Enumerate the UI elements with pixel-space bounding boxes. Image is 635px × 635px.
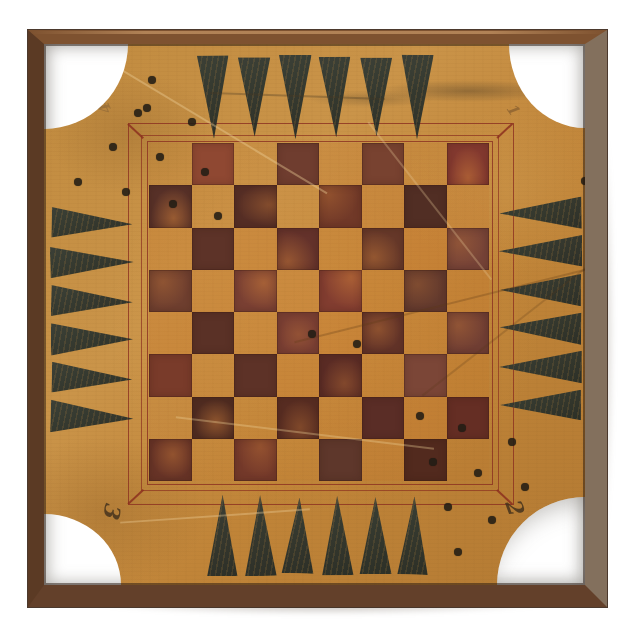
checker-square-r6c6[interactable] <box>362 354 405 396</box>
point-left-1[interactable] <box>51 206 133 240</box>
checker-square-r3c4[interactable] <box>277 228 320 270</box>
checker-square-r1c5[interactable] <box>319 143 362 185</box>
checker-square-r7c5[interactable] <box>319 397 362 439</box>
peg-dot <box>458 424 466 432</box>
checker-square-r8c6[interactable] <box>362 439 405 481</box>
checker-square-r8c1[interactable] <box>149 439 192 481</box>
point-bottom-2[interactable] <box>244 495 278 576</box>
checker-square-r4c8[interactable] <box>447 270 490 312</box>
checker-square-r2c4[interactable] <box>277 185 320 227</box>
point-right-3[interactable] <box>500 273 581 307</box>
peg-dot <box>214 212 222 220</box>
checker-square-r7c6[interactable] <box>362 397 405 439</box>
checker-square-r2c6[interactable] <box>362 185 405 227</box>
point-bottom-6[interactable] <box>396 496 430 575</box>
peg-dot <box>188 118 196 126</box>
points-bottom <box>206 496 430 575</box>
checker-square-r6c8[interactable] <box>447 354 490 396</box>
peg-dot <box>109 143 117 151</box>
peg-dot <box>508 438 516 446</box>
checker-square-r3c1[interactable] <box>149 228 192 270</box>
checker-square-r6c2[interactable] <box>192 354 235 396</box>
point-right-1[interactable] <box>499 196 582 231</box>
checker-square-r7c2[interactable] <box>192 397 235 439</box>
checker-square-r2c2[interactable] <box>192 185 235 227</box>
checker-square-r5c5[interactable] <box>319 312 362 354</box>
checker-square-r4c3[interactable] <box>234 270 277 312</box>
checker-square-r8c4[interactable] <box>277 439 320 481</box>
checker-square-r2c8[interactable] <box>447 185 490 227</box>
point-top-2[interactable] <box>236 57 271 137</box>
cast-shadow-right <box>604 70 618 590</box>
checker-square-r5c1[interactable] <box>149 312 192 354</box>
checker-square-r7c3[interactable] <box>234 397 277 439</box>
point-left-5[interactable] <box>51 361 132 395</box>
peg-dot <box>474 469 482 477</box>
checker-square-r8c7[interactable] <box>404 439 447 481</box>
checker-square-r1c4[interactable] <box>277 143 320 185</box>
peg-dot <box>488 516 496 524</box>
checker-square-r1c3[interactable] <box>234 143 277 185</box>
peg-dot <box>581 177 589 185</box>
checker-square-r3c7[interactable] <box>404 228 447 270</box>
checker-square-r5c3[interactable] <box>234 312 277 354</box>
point-left-3[interactable] <box>51 284 133 318</box>
checker-square-r1c7[interactable] <box>404 143 447 185</box>
frame-highlight <box>30 31 605 34</box>
checker-square-r5c2[interactable] <box>192 312 235 354</box>
peg-dot <box>454 548 462 556</box>
checker-square-r4c7[interactable] <box>404 270 447 312</box>
checker-square-r7c7[interactable] <box>404 397 447 439</box>
checker-square-r6c7[interactable] <box>404 354 447 396</box>
checker-square-r5c7[interactable] <box>404 312 447 354</box>
peg-dot <box>169 200 177 208</box>
point-top-1[interactable] <box>196 55 230 139</box>
peg-dot <box>122 188 130 196</box>
point-bottom-4[interactable] <box>320 496 354 576</box>
checker-square-r3c3[interactable] <box>234 228 277 270</box>
point-bottom-5[interactable] <box>358 497 392 574</box>
checker-square-r2c7[interactable] <box>404 185 447 227</box>
checker-square-r5c6[interactable] <box>362 312 405 354</box>
checker-square-r2c5[interactable] <box>319 185 362 227</box>
point-top-5[interactable] <box>359 57 393 136</box>
cast-shadow-bottom <box>34 602 609 620</box>
point-top-6[interactable] <box>399 55 434 140</box>
peg-dot <box>148 76 156 84</box>
peg-dot <box>308 330 316 338</box>
checker-square-r4c6[interactable] <box>362 270 405 312</box>
peg-dot <box>156 153 164 161</box>
peg-dot <box>416 412 424 420</box>
point-right-4[interactable] <box>499 310 581 346</box>
checker-square-r3c8[interactable] <box>447 228 490 270</box>
checker-square-r7c1[interactable] <box>149 397 192 439</box>
point-bottom-3[interactable] <box>281 497 317 574</box>
peg-dot <box>143 104 151 112</box>
checker-square-r3c6[interactable] <box>362 228 405 270</box>
checker-square-r6c5[interactable] <box>319 354 362 396</box>
peg-dot <box>201 168 209 176</box>
checker-square-r4c2[interactable] <box>192 270 235 312</box>
checker-square-r6c4[interactable] <box>277 354 320 396</box>
checker-square-r8c5[interactable] <box>319 439 362 481</box>
points-top <box>196 56 434 138</box>
point-left-4[interactable] <box>51 322 133 357</box>
point-bottom-1[interactable] <box>206 495 238 576</box>
peg-dot <box>353 340 361 348</box>
checker-square-r7c4[interactable] <box>277 397 320 439</box>
checker-square-r2c3[interactable] <box>234 185 277 227</box>
point-top-3[interactable] <box>277 55 312 140</box>
checker-square-r4c1[interactable] <box>149 270 192 312</box>
checker-square-r1c2[interactable] <box>192 143 235 185</box>
checker-square-r7c8[interactable] <box>447 397 490 439</box>
point-right-5[interactable] <box>499 349 582 383</box>
checker-square-r8c2[interactable] <box>192 439 235 481</box>
checker-square-r8c3[interactable] <box>234 439 277 481</box>
checker-square-r3c5[interactable] <box>319 228 362 270</box>
checker-square-r1c8[interactable] <box>447 143 490 185</box>
checker-square-r1c1[interactable] <box>149 143 192 185</box>
point-left-2[interactable] <box>50 244 134 279</box>
checker-square-r6c1[interactable] <box>149 354 192 396</box>
peg-dot <box>74 178 82 186</box>
point-right-6[interactable] <box>500 389 581 421</box>
peg-dot <box>134 109 142 117</box>
checker-square-r4c5[interactable] <box>319 270 362 312</box>
points-left <box>51 206 133 434</box>
checker-square-r4c4[interactable] <box>277 270 320 312</box>
point-right-2[interactable] <box>499 234 583 268</box>
checker-square-r1c6[interactable] <box>362 143 405 185</box>
peg-dot <box>444 503 452 511</box>
point-top-4[interactable] <box>318 56 353 137</box>
points-right <box>499 196 582 422</box>
checker-square-r8c8[interactable] <box>447 439 490 481</box>
checker-square-r5c8[interactable] <box>447 312 490 354</box>
checkerboard <box>149 143 489 481</box>
peg-dot <box>429 458 437 466</box>
photo-backdrop: 4 1 3 2 <box>0 0 635 635</box>
checker-square-r3c2[interactable] <box>192 228 235 270</box>
peg-dot <box>521 483 529 491</box>
checker-square-r6c3[interactable] <box>234 354 277 396</box>
point-left-6[interactable] <box>50 399 134 435</box>
